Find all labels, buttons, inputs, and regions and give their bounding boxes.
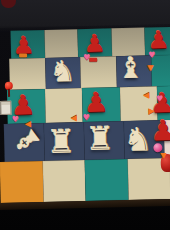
arrow-down-icon: ▶ xyxy=(146,65,154,71)
square-r2c1[interactable] xyxy=(9,58,45,90)
white-bishop-d4[interactable]: ♝ xyxy=(117,54,144,84)
chess-board: ♟♟♟♞♝♟♟♟♝♜♜♞♟♥♥♥♥♥▶▶▶▶▶▶ xyxy=(0,0,170,230)
heart-pickup-icon: ♥ xyxy=(156,95,163,103)
red-pawn-e5[interactable]: ♟ xyxy=(147,28,169,53)
chip-pickup xyxy=(19,53,27,57)
crate-pickup xyxy=(0,101,11,115)
arrow-left-icon: ▶ xyxy=(25,120,31,128)
red-pawn-c3[interactable]: ♟ xyxy=(84,88,109,116)
white-rook-b2[interactable]: ♜ xyxy=(46,125,75,158)
pin-marker-stem xyxy=(8,89,10,97)
white-knight-b4[interactable]: ♞ xyxy=(49,57,76,87)
square-r5c3[interactable] xyxy=(85,159,128,201)
heart-pickup-icon: ♥ xyxy=(12,116,19,124)
arrow-left-icon: ▶ xyxy=(71,114,77,122)
arrow-left-icon: ▶ xyxy=(143,91,149,99)
heart-pickup-icon: ♥ xyxy=(83,114,90,122)
game-viewport: ♟♟♟♞♝♟♟♟♝♜♜♞♟♥♥♥♥♥▶▶▶▶▶▶ xyxy=(0,0,170,230)
arrow-right-icon: ▶ xyxy=(148,107,154,115)
square-r5c2[interactable] xyxy=(42,160,85,202)
chip-pickup xyxy=(89,58,97,62)
heart-pickup-icon: ♥ xyxy=(148,51,155,59)
white-knight-d2[interactable]: ♞ xyxy=(123,123,152,156)
white-rook-c2[interactable]: ♜ xyxy=(85,122,114,155)
square-r5c1[interactable] xyxy=(0,161,43,203)
square-r3c2[interactable] xyxy=(44,88,82,123)
red-pawn-e2[interactable]: ♟ xyxy=(150,117,170,146)
arrow-down-icon: ▶ xyxy=(160,153,168,159)
